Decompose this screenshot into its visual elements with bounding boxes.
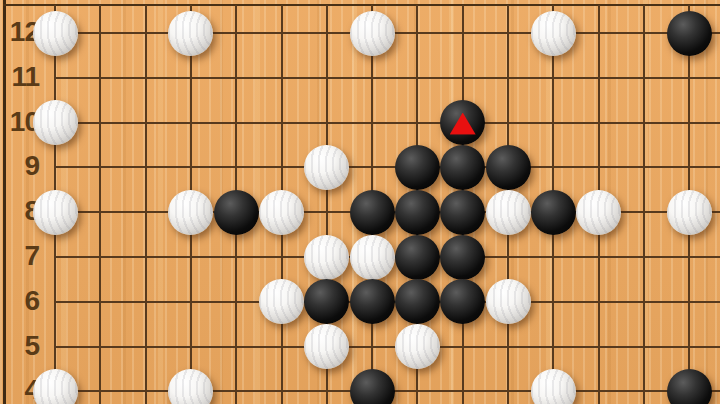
white-stone-col13-row8 [576,190,621,235]
black-stone-col9-row6 [395,279,440,324]
intersection-col13-row9[interactable] [576,145,621,189]
white-stone-col1-row4 [33,369,78,404]
intersection-col13-row10[interactable] [576,101,621,145]
black-stone-col8-row6 [350,279,395,324]
intersection-col3-row4[interactable] [123,369,168,404]
intersection-col5-row4[interactable] [214,369,259,404]
white-stone-col1-row12 [33,11,78,56]
intersection-col8-row10[interactable] [350,101,395,145]
intersection-col1-row9[interactable] [33,145,78,189]
black-stone-col5-row8 [214,190,259,235]
black-stone-col11-row9 [486,145,531,190]
intersection-col14-row5[interactable] [621,325,666,369]
intersection-col15-row5[interactable] [667,325,712,369]
intersection-col13-row12[interactable] [576,11,621,55]
black-stone-col15-row4 [667,369,712,404]
intersection-col3-row9[interactable] [123,145,168,189]
intersection-col9-row12[interactable] [395,11,440,55]
intersection-col1-row6[interactable] [33,280,78,324]
intersection-col7-row8[interactable] [304,190,349,234]
board-left-edge-line [3,0,6,404]
intersection-col5-row6[interactable] [214,280,259,324]
intersection-col10-row4[interactable] [440,369,485,404]
intersection-col13-row4[interactable] [576,369,621,404]
intersection-col2-row10[interactable] [78,101,123,145]
white-stone-col8-row7 [350,235,395,280]
white-stone-col1-row10 [33,100,78,145]
intersection-col5-row10[interactable] [214,101,259,145]
intersection-col5-row7[interactable] [214,235,259,279]
intersection-col4-row11[interactable] [168,56,213,100]
intersection-col2-row5[interactable] [78,325,123,369]
black-stone-col9-row8 [395,190,440,235]
intersection-col6-row4[interactable] [259,369,304,404]
white-stone-col6-row6 [259,279,304,324]
intersection-col12-row11[interactable] [531,56,576,100]
black-stone-col15-row12 [667,11,712,56]
black-stone-col10-row9 [440,145,485,190]
intersection-col8-row9[interactable] [350,145,395,189]
intersection-col7-row12[interactable] [304,11,349,55]
intersection-col5-row11[interactable] [214,56,259,100]
white-stone-col7-row9 [304,145,349,190]
intersection-col5-row9[interactable] [214,145,259,189]
intersection-col14-row6[interactable] [621,280,666,324]
intersection-col13-row5[interactable] [576,325,621,369]
intersection-col7-row10[interactable] [304,101,349,145]
white-stone-col4-row8 [168,190,213,235]
intersection-col11-row12[interactable] [486,11,531,55]
white-stone-col9-row5 [395,324,440,369]
intersection-col14-row4[interactable] [621,369,666,404]
white-stone-col8-row12 [350,11,395,56]
intersection-col4-row6[interactable] [168,280,213,324]
intersection-col2-row6[interactable] [78,280,123,324]
white-stone-col4-row12 [168,11,213,56]
intersection-col4-row10[interactable] [168,101,213,145]
intersection-col14-row12[interactable] [621,11,666,55]
intersection-col8-row11[interactable] [350,56,395,100]
intersection-col2-row7[interactable] [78,235,123,279]
intersection-col9-row11[interactable] [395,56,440,100]
board-top-edge-line [3,4,720,6]
intersection-col11-row5[interactable] [486,325,531,369]
intersection-col15-row11[interactable] [667,56,712,100]
intersection-col3-row12[interactable] [123,11,168,55]
intersection-col12-row6[interactable] [531,280,576,324]
intersection-col4-row9[interactable] [168,145,213,189]
intersection-col2-row12[interactable] [78,11,123,55]
go-board[interactable]: 121110987654 [0,0,720,404]
intersection-col6-row11[interactable] [259,56,304,100]
black-stone-col10-row8 [440,190,485,235]
intersection-col7-row11[interactable] [304,56,349,100]
intersection-col11-row10[interactable] [486,101,531,145]
intersection-col12-row10[interactable] [531,101,576,145]
intersection-col15-row9[interactable] [667,145,712,189]
intersection-col10-row12[interactable] [440,11,485,55]
white-stone-col12-row12 [531,11,576,56]
intersection-col15-row6[interactable] [667,280,712,324]
intersection-col4-row5[interactable] [168,325,213,369]
intersection-col1-row5[interactable] [33,325,78,369]
intersection-col1-row11[interactable] [33,56,78,100]
white-stone-col7-row7 [304,235,349,280]
intersection-col10-row5[interactable] [440,325,485,369]
intersection-col12-row7[interactable] [531,235,576,279]
black-stone-col10-row7 [440,235,485,280]
intersection-col10-row11[interactable] [440,56,485,100]
intersection-col3-row6[interactable] [123,280,168,324]
black-stone-col9-row7 [395,235,440,280]
black-stone-col12-row8 [531,190,576,235]
white-stone-col11-row6 [486,279,531,324]
intersection-col1-row7[interactable] [33,235,78,279]
intersection-col7-row4[interactable] [304,369,349,404]
intersection-col6-row12[interactable] [259,11,304,55]
intersection-col2-row8[interactable] [78,190,123,234]
intersection-col14-row7[interactable] [621,235,666,279]
intersection-col8-row5[interactable] [350,325,395,369]
intersection-col14-row10[interactable] [621,101,666,145]
intersection-col3-row7[interactable] [123,235,168,279]
white-stone-col15-row8 [667,190,712,235]
intersection-col3-row5[interactable] [123,325,168,369]
intersection-col11-row11[interactable] [486,56,531,100]
intersection-col2-row9[interactable] [78,145,123,189]
intersection-col13-row6[interactable] [576,280,621,324]
intersection-col14-row9[interactable] [621,145,666,189]
intersection-col12-row5[interactable] [531,325,576,369]
intersection-col5-row12[interactable] [214,11,259,55]
black-stone-col10-row10 [440,100,485,145]
intersection-col11-row7[interactable] [486,235,531,279]
white-stone-col1-row8 [33,190,78,235]
last-move-triangle-marker [450,112,476,134]
intersection-col15-row10[interactable] [667,101,712,145]
intersection-col6-row5[interactable] [259,325,304,369]
intersection-col11-row4[interactable] [486,369,531,404]
intersection-col9-row10[interactable] [395,101,440,145]
intersection-col2-row4[interactable] [78,369,123,404]
intersection-col6-row10[interactable] [259,101,304,145]
intersection-col15-row7[interactable] [667,235,712,279]
intersection-col3-row11[interactable] [123,56,168,100]
intersection-col3-row10[interactable] [123,101,168,145]
black-stone-col9-row9 [395,145,440,190]
intersection-col14-row8[interactable] [621,190,666,234]
intersection-col14-row11[interactable] [621,56,666,100]
black-stone-col8-row8 [350,190,395,235]
intersection-col13-row11[interactable] [576,56,621,100]
white-stone-col11-row8 [486,190,531,235]
intersection-col9-row4[interactable] [395,369,440,404]
intersection-col5-row5[interactable] [214,325,259,369]
intersection-col6-row7[interactable] [259,235,304,279]
white-stone-col6-row8 [259,190,304,235]
intersection-col3-row8[interactable] [123,190,168,234]
intersection-col2-row11[interactable] [78,56,123,100]
intersection-col6-row9[interactable] [259,145,304,189]
intersection-col12-row9[interactable] [531,145,576,189]
black-stone-col8-row4 [350,369,395,404]
intersection-col4-row7[interactable] [168,235,213,279]
intersection-col13-row7[interactable] [576,235,621,279]
